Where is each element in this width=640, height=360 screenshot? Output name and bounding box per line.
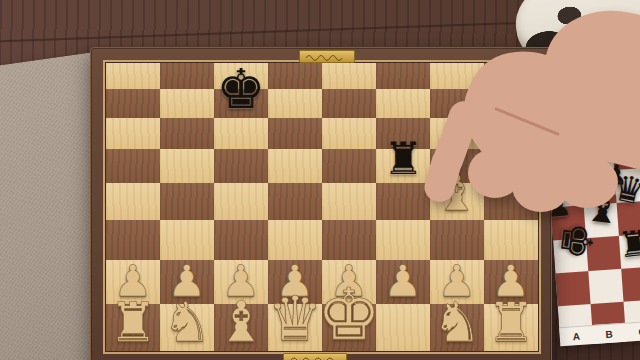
square-a4 [106,183,160,220]
square-d5 [268,149,322,183]
square-d4 [268,183,322,220]
square-d7 [268,89,322,118]
piece-white-P-h2: ♟ [492,260,531,303]
square-h4 [484,183,538,220]
piece-white-P-e2: ♟ [330,260,369,303]
square-g3 [430,220,484,260]
square-g8 [430,63,484,89]
square-b3 [160,220,214,260]
square-e1: ♚ [322,304,376,351]
side-board-coordinate-C: C [625,325,640,338]
square-c8 [214,63,268,89]
square-f4 [376,183,430,220]
square-c3 [214,220,268,260]
square-f8 [376,63,430,89]
square-b1: ♞ [160,304,214,351]
square-b5 [160,149,214,183]
square-f3 [376,220,430,260]
square-g2: ♟ [430,260,484,304]
square-h6 [484,118,538,149]
square-f7 [376,89,430,118]
piece-white-R-h1: ♜ [487,296,535,350]
board-squares-grid: ♚♜♝♟♟♟♟♟♟♟♟♜♞♝♛♚♞♜ [105,62,539,352]
piece-white-N-g1: ♞ [432,295,481,350]
square-f5: ♜ [376,149,430,183]
piece-white-P-f2: ♟ [384,260,423,303]
square-b7 [160,89,214,118]
square-g7 [430,89,484,118]
engraved-signature-icon [289,356,341,360]
square-e2: ♟ [322,260,376,304]
piece-white-R-a1: ♜ [109,296,157,350]
square-f1 [376,304,430,351]
square-h5 [484,149,538,183]
square-a1: ♜ [106,304,160,351]
square-e6 [322,118,376,149]
square-h2: ♟ [484,260,538,304]
square-h8 [484,63,538,89]
chess-board: ♚♜♝♟♟♟♟♟♟♟♟♜♞♝♛♚♞♜ [90,47,552,360]
piece-white-N-b1: ♞ [162,295,211,350]
square-a8 [106,63,160,89]
piece-white-P-a2: ♟ [114,260,153,303]
square-h1: ♜ [484,304,538,351]
square-e3 [322,220,376,260]
square-d3 [268,220,322,260]
square-d8 [268,63,322,89]
piece-white-P-g2: ♟ [438,260,477,303]
square-d6 [268,118,322,149]
piece-white-P-b2: ♟ [168,260,207,303]
square-b8 [160,63,214,89]
square-c2: ♟ [214,260,268,304]
video-frame: ABC ♚♝♟♟♞♟♜♛ ♚♜♝♟♟♟♟♟♟♟♟♜♞♝♛♚♞♜ [0,0,640,360]
square-e8 [322,63,376,89]
square-a2: ♟ [106,260,160,304]
piece-white-P-c2: ♟ [222,260,261,303]
square-c1: ♝ [214,304,268,351]
piece-white-P-d2: ♟ [276,260,315,303]
square-h3 [484,220,538,260]
square-a3 [106,220,160,260]
square-g4: ♝ [430,183,484,220]
square-a5 [106,149,160,183]
square-c5 [214,149,268,183]
side-board-coordinate-A: A [559,329,593,342]
square-e4 [322,183,376,220]
square-h7 [484,89,538,118]
square-c6 [214,118,268,149]
square-e5 [322,149,376,183]
square-c7: ♚ [214,89,268,118]
square-a6 [106,118,160,149]
square-d2: ♟ [268,260,322,304]
square-b4 [160,183,214,220]
brass-nameplate-top [299,50,355,63]
side-board-coordinate-B: B [592,327,626,340]
square-e7 [322,89,376,118]
square-a7 [106,89,160,118]
side-vinyl-chess-board: ABC [544,100,640,346]
square-d1: ♛ [268,304,322,351]
square-f6 [376,118,430,149]
square-b2: ♟ [160,260,214,304]
square-g5 [430,149,484,183]
square-f2: ♟ [376,260,430,304]
square-b6 [160,118,214,149]
brass-nameplate-bottom [283,353,347,360]
square-g1: ♞ [430,304,484,351]
square-c4 [214,183,268,220]
square-g6 [430,118,484,149]
engraved-signature-icon [304,53,350,61]
